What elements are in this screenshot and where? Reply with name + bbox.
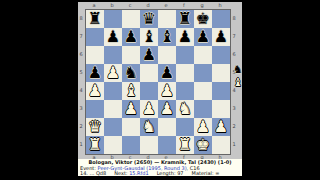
square-d5[interactable] xyxy=(140,64,158,82)
coord-label-7: 7 xyxy=(231,27,237,45)
white-pawn-b5: ♟ xyxy=(106,64,120,82)
white-pawn-e3: ♟ xyxy=(160,100,174,118)
square-f1[interactable]: ♜ xyxy=(176,136,194,154)
white-queen-a2: ♛ xyxy=(88,118,102,136)
black-pawn-d6: ♟ xyxy=(142,46,156,64)
square-h2[interactable]: ♟ xyxy=(212,118,230,136)
coord-label-a: a xyxy=(85,3,103,8)
white-pawn-e4: ♟ xyxy=(160,82,174,100)
video-frame: abcdefgh abcdefgh 87654321 87654321 ♜♛♜♚… xyxy=(0,0,320,180)
last-move: 14. ... Qd8 xyxy=(80,171,106,176)
coord-label-c: c xyxy=(121,3,139,8)
black-pawn-f7: ♟ xyxy=(178,28,192,46)
black-pawn-h7: ♟ xyxy=(214,28,228,46)
square-a8[interactable]: ♜ xyxy=(86,10,104,28)
coord-label-7: 7 xyxy=(78,27,84,45)
square-b5[interactable]: ♟ xyxy=(104,64,122,82)
square-d6[interactable]: ♟ xyxy=(140,46,158,64)
coord-label-g: g xyxy=(193,3,211,8)
square-h1[interactable] xyxy=(212,136,230,154)
square-e4[interactable]: ♟ xyxy=(158,82,176,100)
square-a5[interactable]: ♟ xyxy=(86,64,104,82)
square-c5[interactable]: ♞ xyxy=(122,64,140,82)
square-g5[interactable] xyxy=(194,64,212,82)
captured-black-knight: ♞ xyxy=(233,64,243,76)
coord-label-e: e xyxy=(157,3,175,8)
square-g7[interactable]: ♟ xyxy=(194,28,212,46)
board-frame: abcdefgh abcdefgh 87654321 87654321 ♜♛♜♚… xyxy=(78,2,242,159)
square-c1[interactable] xyxy=(122,136,140,154)
length-indicator: Length: 97 xyxy=(157,171,184,176)
coord-label-5: 5 xyxy=(78,63,84,81)
black-knight-c5: ♞ xyxy=(124,64,138,82)
black-rook-a8: ♜ xyxy=(88,10,102,28)
white-pawn-g2: ♟ xyxy=(196,118,210,136)
square-h4[interactable] xyxy=(212,82,230,100)
square-g3[interactable] xyxy=(194,100,212,118)
captured-tray: ♞♝ xyxy=(231,64,245,89)
move-status-line: 14. ... Qd8Next: 15.Rfd1Length: 97Materi… xyxy=(78,171,242,177)
coord-label-4: 4 xyxy=(78,81,84,99)
square-c6[interactable] xyxy=(122,46,140,64)
square-b4[interactable] xyxy=(104,82,122,100)
square-h8[interactable] xyxy=(212,10,230,28)
coord-label-1: 1 xyxy=(78,135,84,153)
square-b1[interactable] xyxy=(104,136,122,154)
square-g2[interactable]: ♟ xyxy=(194,118,212,136)
square-h6[interactable] xyxy=(212,46,230,64)
square-b2[interactable] xyxy=(104,118,122,136)
white-pawn-c3: ♟ xyxy=(124,100,138,118)
caption-panel: Bologan, Viktor (2650) — Kramnik, Tal (2… xyxy=(78,159,242,176)
white-king-g1: ♚ xyxy=(196,136,210,154)
square-g6[interactable] xyxy=(194,46,212,64)
next-move: 15.Rfd1 xyxy=(129,171,149,176)
coord-label-b: b xyxy=(103,3,121,8)
square-b6[interactable] xyxy=(104,46,122,64)
file-labels-top: abcdefgh xyxy=(85,3,229,8)
square-f5[interactable] xyxy=(176,64,194,82)
square-b3[interactable] xyxy=(104,100,122,118)
square-f7[interactable]: ♟ xyxy=(176,28,194,46)
white-bishop-c4: ♝ xyxy=(124,82,138,100)
square-a2[interactable]: ♛ xyxy=(86,118,104,136)
square-h7[interactable]: ♟ xyxy=(212,28,230,46)
chess-board: ♜♛♜♚♟♟♝♝♟♟♟♟♟♟♞♟♟♝♟♟♟♟♞♛♞♟♟♜♜♚ xyxy=(85,9,231,155)
square-d3[interactable]: ♟ xyxy=(140,100,158,118)
black-pawn-g7: ♟ xyxy=(196,28,210,46)
coord-label-3: 3 xyxy=(78,99,84,117)
white-pawn-a4: ♟ xyxy=(88,82,102,100)
square-a7[interactable] xyxy=(86,28,104,46)
coord-label-2: 2 xyxy=(231,117,237,135)
black-pawn-b7: ♟ xyxy=(106,28,120,46)
captured-white-bishop: ♝ xyxy=(233,77,243,89)
square-f2[interactable] xyxy=(176,118,194,136)
square-h3[interactable] xyxy=(212,100,230,118)
white-pawn-h2: ♟ xyxy=(214,118,228,136)
square-c4[interactable]: ♝ xyxy=(122,82,140,100)
white-pawn-d3: ♟ xyxy=(142,100,156,118)
white-rook-f1: ♜ xyxy=(178,136,192,154)
event-name: Peer-Gynt-Gausdal (1995, Round 3) xyxy=(98,166,187,171)
square-e8[interactable] xyxy=(158,10,176,28)
black-queen-d8: ♛ xyxy=(142,10,156,28)
square-b8[interactable] xyxy=(104,10,122,28)
event-label: Event: xyxy=(80,166,98,171)
square-d2[interactable]: ♞ xyxy=(140,118,158,136)
square-g4[interactable] xyxy=(194,82,212,100)
square-e2[interactable] xyxy=(158,118,176,136)
square-c7[interactable]: ♟ xyxy=(122,28,140,46)
white-knight-d2: ♞ xyxy=(142,118,156,136)
square-f3[interactable]: ♞ xyxy=(176,100,194,118)
square-f4[interactable] xyxy=(176,82,194,100)
black-pawn-c7: ♟ xyxy=(124,28,138,46)
black-pawn-e5: ♟ xyxy=(160,64,174,82)
square-e5[interactable]: ♟ xyxy=(158,64,176,82)
black-bishop-e7: ♝ xyxy=(160,28,174,46)
square-c2[interactable] xyxy=(122,118,140,136)
square-a6[interactable] xyxy=(86,46,104,64)
square-e3[interactable]: ♟ xyxy=(158,100,176,118)
coord-label-6: 6 xyxy=(78,45,84,63)
coord-label-f: f xyxy=(175,3,193,8)
black-king-g8: ♚ xyxy=(196,10,210,28)
square-e7[interactable]: ♝ xyxy=(158,28,176,46)
square-g1[interactable]: ♚ xyxy=(194,136,212,154)
black-rook-f8: ♜ xyxy=(178,10,192,28)
square-d4[interactable] xyxy=(140,82,158,100)
square-f8[interactable]: ♜ xyxy=(176,10,194,28)
coord-label-8: 8 xyxy=(231,9,237,27)
coord-label-2: 2 xyxy=(78,117,84,135)
square-d7[interactable]: ♝ xyxy=(140,28,158,46)
square-a1[interactable]: ♜ xyxy=(86,136,104,154)
black-pawn-a5: ♟ xyxy=(88,64,102,82)
square-a3[interactable] xyxy=(86,100,104,118)
square-d1[interactable] xyxy=(140,136,158,154)
square-h5[interactable] xyxy=(212,64,230,82)
black-bishop-d7: ♝ xyxy=(142,28,156,46)
white-knight-f3: ♞ xyxy=(178,100,192,118)
square-g8[interactable]: ♚ xyxy=(194,10,212,28)
coord-label-d: d xyxy=(139,3,157,8)
eco-code: , C16 xyxy=(187,166,200,171)
square-f6[interactable] xyxy=(176,46,194,64)
square-e6[interactable] xyxy=(158,46,176,64)
square-a4[interactable]: ♟ xyxy=(86,82,104,100)
material-indicator: Material: = xyxy=(192,171,220,176)
coord-label-8: 8 xyxy=(78,9,84,27)
coord-label-h: h xyxy=(211,3,229,8)
square-d8[interactable]: ♛ xyxy=(140,10,158,28)
next-label: Next: xyxy=(114,171,129,176)
square-e1[interactable] xyxy=(158,136,176,154)
coord-label-1: 1 xyxy=(231,135,237,153)
white-rook-a1: ♜ xyxy=(88,136,102,154)
square-c3[interactable]: ♟ xyxy=(122,100,140,118)
coord-label-6: 6 xyxy=(231,45,237,63)
square-b7[interactable]: ♟ xyxy=(104,28,122,46)
rank-labels-left: 87654321 xyxy=(78,9,84,153)
square-c8[interactable] xyxy=(122,10,140,28)
coord-label-3: 3 xyxy=(231,99,237,117)
